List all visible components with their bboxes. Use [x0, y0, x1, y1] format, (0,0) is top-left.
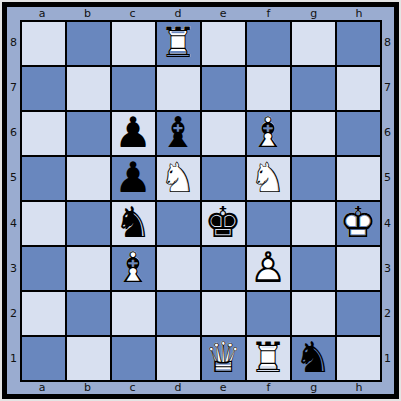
black-pawn-piece[interactable]: ♟	[112, 157, 155, 200]
square-d2[interactable]	[157, 292, 200, 335]
rank-label-6: 6	[382, 110, 394, 155]
square-h4[interactable]: ♚♔	[337, 202, 380, 245]
square-a4[interactable]	[22, 202, 65, 245]
square-e3[interactable]	[202, 247, 245, 290]
square-h5[interactable]	[337, 157, 380, 200]
square-b6[interactable]	[67, 112, 110, 155]
square-b5[interactable]	[67, 157, 110, 200]
file-label-h: h	[336, 8, 381, 20]
file-label-f: f	[246, 8, 291, 20]
square-c4[interactable]: ♞	[112, 202, 155, 245]
square-b2[interactable]	[67, 292, 110, 335]
square-b4[interactable]	[67, 202, 110, 245]
file-label-b: b	[65, 382, 110, 394]
file-label-e: e	[201, 382, 246, 394]
square-e4[interactable]: ♚	[202, 202, 245, 245]
square-h6[interactable]	[337, 112, 380, 155]
rank-label-1: 1	[382, 336, 394, 381]
square-g8[interactable]	[292, 22, 335, 65]
rank-label-4: 4	[382, 201, 394, 246]
square-g6[interactable]	[292, 112, 335, 155]
square-d3[interactable]	[157, 247, 200, 290]
square-c3[interactable]: ♝♗	[112, 247, 155, 290]
square-f2[interactable]	[247, 292, 290, 335]
white-queen-piece[interactable]: ♛♕	[202, 337, 245, 380]
file-label-b: b	[65, 8, 110, 20]
rank-label-7: 7	[382, 65, 394, 110]
rank-label-2: 2	[382, 291, 394, 336]
chess-diagram: abcdefgh abcdefgh 87654321 87654321 ♜♖♟♝…	[0, 0, 401, 401]
square-b8[interactable]	[67, 22, 110, 65]
rank-label-3: 3	[382, 246, 394, 291]
square-d7[interactable]	[157, 67, 200, 110]
square-f5[interactable]: ♞♘	[247, 157, 290, 200]
rank-label-1: 1	[8, 336, 20, 381]
white-bishop-piece[interactable]: ♝♗	[112, 247, 155, 290]
square-a1[interactable]	[22, 337, 65, 380]
white-knight-piece[interactable]: ♞♘	[247, 157, 290, 200]
black-knight-piece[interactable]: ♞	[112, 202, 155, 245]
square-d1[interactable]	[157, 337, 200, 380]
white-knight-piece[interactable]: ♞♘	[157, 157, 200, 200]
file-labels-top: abcdefgh	[20, 8, 382, 20]
square-g3[interactable]	[292, 247, 335, 290]
white-pawn-piece[interactable]: ♟♙	[247, 247, 290, 290]
rank-label-6: 6	[8, 110, 20, 155]
file-label-c: c	[110, 382, 155, 394]
rank-label-3: 3	[8, 246, 20, 291]
file-label-g: g	[291, 8, 336, 20]
white-rook-piece[interactable]: ♜♖	[157, 22, 200, 65]
file-label-g: g	[291, 382, 336, 394]
rank-label-2: 2	[8, 291, 20, 336]
square-e8[interactable]	[202, 22, 245, 65]
square-f4[interactable]	[247, 202, 290, 245]
square-h3[interactable]	[337, 247, 380, 290]
square-b7[interactable]	[67, 67, 110, 110]
square-a3[interactable]	[22, 247, 65, 290]
square-f3[interactable]: ♟♙	[247, 247, 290, 290]
file-label-d: d	[155, 382, 200, 394]
black-king-piece[interactable]: ♚	[202, 202, 245, 245]
square-h1[interactable]	[337, 337, 380, 380]
square-e1[interactable]: ♛♕	[202, 337, 245, 380]
square-f8[interactable]	[247, 22, 290, 65]
square-h7[interactable]	[337, 67, 380, 110]
square-c1[interactable]	[112, 337, 155, 380]
board-margin: abcdefgh abcdefgh 87654321 87654321 ♜♖♟♝…	[7, 7, 394, 394]
square-c6[interactable]: ♟	[112, 112, 155, 155]
square-a7[interactable]	[22, 67, 65, 110]
square-d5[interactable]: ♞♘	[157, 157, 200, 200]
square-a2[interactable]	[22, 292, 65, 335]
square-c2[interactable]	[112, 292, 155, 335]
square-f1[interactable]: ♜♖	[247, 337, 290, 380]
white-king-piece[interactable]: ♚♔	[337, 202, 380, 245]
square-h8[interactable]	[337, 22, 380, 65]
rank-label-5: 5	[8, 155, 20, 200]
square-g1[interactable]: ♞	[292, 337, 335, 380]
rank-label-4: 4	[8, 201, 20, 246]
file-label-a: a	[20, 382, 65, 394]
file-label-e: e	[201, 8, 246, 20]
square-f7[interactable]	[247, 67, 290, 110]
square-g2[interactable]	[292, 292, 335, 335]
rank-labels-right: 87654321	[382, 20, 394, 382]
rank-labels-left: 87654321	[8, 20, 20, 382]
rank-label-8: 8	[8, 20, 20, 65]
rank-label-8: 8	[382, 20, 394, 65]
chess-board: ♜♖♟♝♝♗♟♞♘♞♘♞♚♚♔♝♗♟♙♛♕♜♖♞	[20, 20, 382, 382]
file-label-h: h	[336, 382, 381, 394]
rank-label-7: 7	[8, 65, 20, 110]
square-g4[interactable]	[292, 202, 335, 245]
square-d8[interactable]: ♜♖	[157, 22, 200, 65]
white-rook-piece[interactable]: ♜♖	[247, 337, 290, 380]
square-g7[interactable]	[292, 67, 335, 110]
square-e5[interactable]	[202, 157, 245, 200]
square-f6[interactable]: ♝♗	[247, 112, 290, 155]
rank-label-5: 5	[382, 155, 394, 200]
file-label-f: f	[246, 382, 291, 394]
black-knight-piece[interactable]: ♞	[292, 337, 335, 380]
black-bishop-piece[interactable]: ♝	[157, 112, 200, 155]
square-c8[interactable]	[112, 22, 155, 65]
white-bishop-piece[interactable]: ♝♗	[247, 112, 290, 155]
file-label-c: c	[110, 8, 155, 20]
square-b3[interactable]	[67, 247, 110, 290]
square-h2[interactable]	[337, 292, 380, 335]
square-e2[interactable]	[202, 292, 245, 335]
file-label-a: a	[20, 8, 65, 20]
square-c5[interactable]: ♟	[112, 157, 155, 200]
square-a6[interactable]	[22, 112, 65, 155]
square-b1[interactable]	[67, 337, 110, 380]
file-labels-bottom: abcdefgh	[20, 382, 382, 394]
square-a5[interactable]	[22, 157, 65, 200]
black-pawn-piece[interactable]: ♟	[112, 112, 155, 155]
square-e6[interactable]	[202, 112, 245, 155]
square-e7[interactable]	[202, 67, 245, 110]
square-d4[interactable]	[157, 202, 200, 245]
square-g5[interactable]	[292, 157, 335, 200]
square-c7[interactable]	[112, 67, 155, 110]
square-a8[interactable]	[22, 22, 65, 65]
square-d6[interactable]: ♝	[157, 112, 200, 155]
